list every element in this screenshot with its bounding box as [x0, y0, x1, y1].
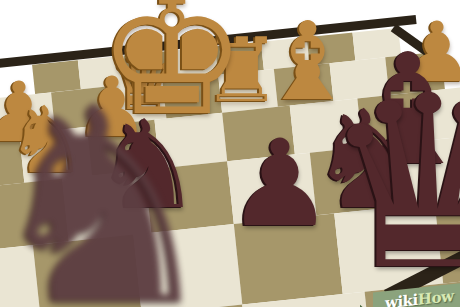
watermark-how-text: How — [417, 287, 453, 307]
chess-photo: ♟♞♟♛♚♜♝♟♝♞♞♟♛♞ wikiHow — [0, 0, 460, 307]
black-queen-on-g5: ♛ — [321, 44, 460, 307]
watermark-wiki-text: wiki — [385, 291, 418, 307]
black-knight-on-b5: ♞ — [0, 49, 224, 307]
watermark-arrow-icon — [360, 303, 374, 307]
pieces-layer: ♟♞♟♛♚♜♝♟♝♞♞♟♛♞ — [0, 0, 460, 307]
black-pawn-on-d4: ♟ — [226, 114, 334, 253]
